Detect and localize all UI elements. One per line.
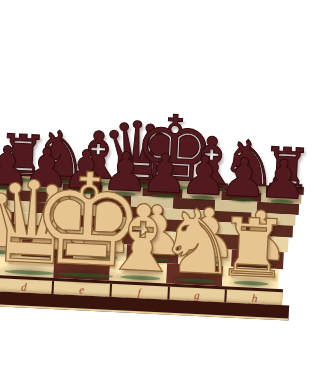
board-perspective-wrap: abcdefgh ♜♞♝♛♚♝♞♜♟♟♟♟♟♟♟♟♟♟♟♟♟♟♟♟♜♞♝♛♚♝♞… xyxy=(0,0,314,369)
pieces-layer: ♜♞♝♛♚♝♞♜♟♟♟♟♟♟♟♟♟♟♟♟♟♟♟♟♜♞♝♛♚♝♞♜ xyxy=(0,0,314,369)
chess-set-photo: abcdefgh ♜♞♝♛♚♝♞♜♟♟♟♟♟♟♟♟♟♟♟♟♟♟♟♟♜♞♝♛♚♝♞… xyxy=(0,0,314,369)
piece-white-rook: ♜ xyxy=(215,207,291,291)
